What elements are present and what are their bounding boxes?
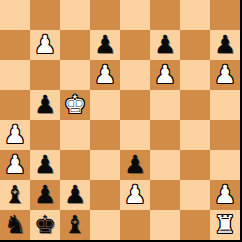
square-g6[interactable] (180, 60, 210, 90)
square-h2[interactable]: ♟ (210, 180, 240, 210)
square-d4[interactable] (90, 120, 120, 150)
square-c8[interactable] (60, 0, 90, 30)
piece-white-pawn[interactable]: ♟ (4, 150, 26, 180)
square-f7[interactable]: ♟ (150, 30, 180, 60)
square-b7[interactable]: ♟ (30, 30, 60, 60)
square-g8[interactable] (180, 0, 210, 30)
square-h1[interactable]: ♜ (210, 210, 240, 240)
square-f5[interactable] (150, 90, 180, 120)
square-h3[interactable] (210, 150, 240, 180)
square-d8[interactable] (90, 0, 120, 30)
square-d6[interactable]: ♟ (90, 60, 120, 90)
square-c2[interactable]: ♟ (60, 180, 90, 210)
square-g5[interactable] (180, 90, 210, 120)
square-b8[interactable] (30, 0, 60, 30)
square-a4[interactable]: ♟ (0, 120, 30, 150)
square-b5[interactable]: ♟ (30, 90, 60, 120)
piece-white-king[interactable]: ♚ (64, 90, 86, 120)
square-a8[interactable] (0, 0, 30, 30)
piece-white-rook[interactable]: ♜ (214, 210, 236, 240)
piece-white-pawn[interactable]: ♟ (94, 60, 116, 90)
square-b1[interactable]: ♚ (30, 210, 60, 240)
square-e5[interactable] (120, 90, 150, 120)
piece-black-bishop[interactable]: ♝ (64, 210, 86, 240)
square-c5[interactable]: ♚ (60, 90, 90, 120)
square-d5[interactable] (90, 90, 120, 120)
piece-black-pawn[interactable]: ♟ (34, 90, 56, 120)
square-e6[interactable] (120, 60, 150, 90)
square-a6[interactable] (0, 60, 30, 90)
square-h5[interactable] (210, 90, 240, 120)
square-g2[interactable] (180, 180, 210, 210)
square-a7[interactable] (0, 30, 30, 60)
square-e8[interactable] (120, 0, 150, 30)
square-h4[interactable] (210, 120, 240, 150)
square-f3[interactable] (150, 150, 180, 180)
square-e2[interactable]: ♟ (120, 180, 150, 210)
square-e1[interactable] (120, 210, 150, 240)
square-c1[interactable]: ♝ (60, 210, 90, 240)
piece-black-pawn[interactable]: ♟ (154, 30, 176, 60)
piece-white-pawn[interactable]: ♟ (214, 60, 236, 90)
square-a5[interactable] (0, 90, 30, 120)
square-g7[interactable] (180, 30, 210, 60)
piece-white-pawn[interactable]: ♟ (124, 180, 146, 210)
square-g3[interactable] (180, 150, 210, 180)
piece-black-pawn[interactable]: ♟ (94, 30, 116, 60)
square-e4[interactable] (120, 120, 150, 150)
square-h7[interactable]: ♟ (210, 30, 240, 60)
piece-black-pawn[interactable]: ♟ (34, 180, 56, 210)
square-f6[interactable]: ♟ (150, 60, 180, 90)
square-b6[interactable] (30, 60, 60, 90)
square-d3[interactable] (90, 150, 120, 180)
piece-black-pawn[interactable]: ♟ (34, 150, 56, 180)
square-h8[interactable] (210, 0, 240, 30)
piece-black-bishop[interactable]: ♝ (4, 180, 26, 210)
square-b2[interactable]: ♟ (30, 180, 60, 210)
square-c7[interactable] (60, 30, 90, 60)
piece-white-pawn[interactable]: ♟ (34, 30, 56, 60)
square-f2[interactable] (150, 180, 180, 210)
square-e7[interactable] (120, 30, 150, 60)
piece-white-pawn[interactable]: ♟ (4, 120, 26, 150)
square-b4[interactable] (30, 120, 60, 150)
square-a1[interactable]: ♞ (0, 210, 30, 240)
square-c4[interactable] (60, 120, 90, 150)
square-h6[interactable]: ♟ (210, 60, 240, 90)
piece-white-pawn[interactable]: ♟ (214, 180, 236, 210)
square-c6[interactable] (60, 60, 90, 90)
piece-black-knight[interactable]: ♞ (4, 210, 26, 240)
chess-board: ♟♟♟♟♟♟♟♟♚♟♟♟♟♝♟♟♟♟♞♚♝♜ (0, 0, 242, 242)
square-g4[interactable] (180, 120, 210, 150)
piece-black-pawn[interactable]: ♟ (124, 150, 146, 180)
square-e3[interactable]: ♟ (120, 150, 150, 180)
square-d2[interactable] (90, 180, 120, 210)
piece-black-king[interactable]: ♚ (34, 210, 56, 240)
piece-black-pawn[interactable]: ♟ (214, 30, 236, 60)
square-a2[interactable]: ♝ (0, 180, 30, 210)
square-d1[interactable] (90, 210, 120, 240)
square-f1[interactable] (150, 210, 180, 240)
square-g1[interactable] (180, 210, 210, 240)
square-a3[interactable]: ♟ (0, 150, 30, 180)
piece-white-pawn[interactable]: ♟ (154, 60, 176, 90)
square-c3[interactable] (60, 150, 90, 180)
square-b3[interactable]: ♟ (30, 150, 60, 180)
piece-black-pawn[interactable]: ♟ (64, 180, 86, 210)
square-f4[interactable] (150, 120, 180, 150)
square-f8[interactable] (150, 0, 180, 30)
square-d7[interactable]: ♟ (90, 30, 120, 60)
